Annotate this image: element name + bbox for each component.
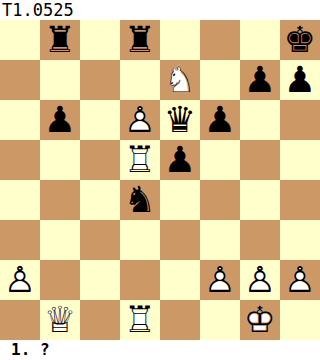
piece-black-king[interactable]: ♚ <box>284 22 316 58</box>
piece-white-rook[interactable]: ♜♖ <box>124 142 156 178</box>
piece-outline: ♖ <box>124 299 156 340</box>
piece-white-pawn[interactable]: ♟♙ <box>204 262 236 298</box>
square-g1[interactable]: ♚♔ <box>240 300 280 340</box>
square-b2[interactable] <box>40 260 80 300</box>
square-a5[interactable] <box>0 140 40 180</box>
square-d8[interactable]: ♜ <box>120 20 160 60</box>
square-g6[interactable] <box>240 100 280 140</box>
square-e7[interactable]: ♞♘ <box>160 60 200 100</box>
piece-black-pawn[interactable]: ♟ <box>204 102 236 138</box>
square-h8[interactable]: ♚ <box>280 20 320 60</box>
piece-black-rook[interactable]: ♜ <box>124 22 156 58</box>
piece-outline: ♙ <box>124 99 156 140</box>
puzzle-id: T1.0525 <box>0 0 320 20</box>
square-d1[interactable]: ♜♖ <box>120 300 160 340</box>
square-g5[interactable] <box>240 140 280 180</box>
piece-white-pawn[interactable]: ♟♙ <box>284 262 316 298</box>
square-e8[interactable] <box>160 20 200 60</box>
square-c7[interactable] <box>80 60 120 100</box>
square-a7[interactable] <box>0 60 40 100</box>
square-h5[interactable] <box>280 140 320 180</box>
piece-black-pawn[interactable]: ♟ <box>284 62 316 98</box>
piece-white-pawn[interactable]: ♟♙ <box>124 102 156 138</box>
square-f3[interactable] <box>200 220 240 260</box>
piece-black-queen[interactable]: ♛ <box>164 102 196 138</box>
square-e5[interactable]: ♟ <box>160 140 200 180</box>
square-d7[interactable] <box>120 60 160 100</box>
square-b7[interactable] <box>40 60 80 100</box>
square-e4[interactable] <box>160 180 200 220</box>
square-d3[interactable] <box>120 220 160 260</box>
square-g7[interactable]: ♟ <box>240 60 280 100</box>
piece-outline: ♙ <box>284 259 316 300</box>
square-b6[interactable]: ♟ <box>40 100 80 140</box>
square-e6[interactable]: ♛ <box>160 100 200 140</box>
square-g8[interactable] <box>240 20 280 60</box>
piece-black-knight[interactable]: ♞ <box>124 182 156 218</box>
piece-outline: ♘ <box>164 59 196 100</box>
square-e2[interactable] <box>160 260 200 300</box>
piece-black-rook[interactable]: ♜ <box>44 22 76 58</box>
square-h4[interactable] <box>280 180 320 220</box>
piece-white-queen[interactable]: ♛♕ <box>44 302 76 338</box>
piece-black-pawn[interactable]: ♟ <box>164 142 196 178</box>
piece-outline: ♖ <box>124 139 156 180</box>
square-b1[interactable]: ♛♕ <box>40 300 80 340</box>
square-h3[interactable] <box>280 220 320 260</box>
square-d5[interactable]: ♜♖ <box>120 140 160 180</box>
square-h6[interactable] <box>280 100 320 140</box>
square-b3[interactable] <box>40 220 80 260</box>
piece-white-pawn[interactable]: ♟♙ <box>4 262 36 298</box>
square-a4[interactable] <box>0 180 40 220</box>
piece-white-rook[interactable]: ♜♖ <box>124 302 156 338</box>
square-e1[interactable] <box>160 300 200 340</box>
square-a6[interactable] <box>0 100 40 140</box>
square-f7[interactable] <box>200 60 240 100</box>
piece-black-pawn[interactable]: ♟ <box>244 62 276 98</box>
square-g4[interactable] <box>240 180 280 220</box>
square-a3[interactable] <box>0 220 40 260</box>
square-b8[interactable]: ♜ <box>40 20 80 60</box>
piece-white-knight[interactable]: ♞♘ <box>164 62 196 98</box>
square-f8[interactable] <box>200 20 240 60</box>
piece-outline: ♙ <box>244 259 276 300</box>
move-prompt: 1. ? <box>0 340 320 360</box>
chess-puzzle-page: T1.0525 ♜♜♚♞♘♟♟♟♟♙♛♟♜♖♟♞♟♙♟♙♟♙♟♙♛♕♜♖♚♔ 1… <box>0 0 320 360</box>
square-d4[interactable]: ♞ <box>120 180 160 220</box>
square-f1[interactable] <box>200 300 240 340</box>
chess-board: ♜♜♚♞♘♟♟♟♟♙♛♟♜♖♟♞♟♙♟♙♟♙♟♙♛♕♜♖♚♔ <box>0 20 320 340</box>
square-c6[interactable] <box>80 100 120 140</box>
square-b4[interactable] <box>40 180 80 220</box>
square-g3[interactable] <box>240 220 280 260</box>
piece-white-pawn[interactable]: ♟♙ <box>244 262 276 298</box>
square-c8[interactable] <box>80 20 120 60</box>
square-a1[interactable] <box>0 300 40 340</box>
square-c3[interactable] <box>80 220 120 260</box>
square-f5[interactable] <box>200 140 240 180</box>
square-c5[interactable] <box>80 140 120 180</box>
square-c1[interactable] <box>80 300 120 340</box>
square-h7[interactable]: ♟ <box>280 60 320 100</box>
square-f6[interactable]: ♟ <box>200 100 240 140</box>
square-d2[interactable] <box>120 260 160 300</box>
piece-outline: ♕ <box>44 299 76 340</box>
square-e3[interactable] <box>160 220 200 260</box>
square-a2[interactable]: ♟♙ <box>0 260 40 300</box>
piece-outline: ♙ <box>204 259 236 300</box>
square-d6[interactable]: ♟♙ <box>120 100 160 140</box>
square-h2[interactable]: ♟♙ <box>280 260 320 300</box>
square-h1[interactable] <box>280 300 320 340</box>
square-f2[interactable]: ♟♙ <box>200 260 240 300</box>
piece-outline: ♔ <box>244 299 276 340</box>
square-c2[interactable] <box>80 260 120 300</box>
square-g2[interactable]: ♟♙ <box>240 260 280 300</box>
square-a8[interactable] <box>0 20 40 60</box>
piece-outline: ♙ <box>4 259 36 300</box>
square-b5[interactable] <box>40 140 80 180</box>
square-c4[interactable] <box>80 180 120 220</box>
piece-white-king[interactable]: ♚♔ <box>244 302 276 338</box>
piece-black-pawn[interactable]: ♟ <box>44 102 76 138</box>
square-f4[interactable] <box>200 180 240 220</box>
